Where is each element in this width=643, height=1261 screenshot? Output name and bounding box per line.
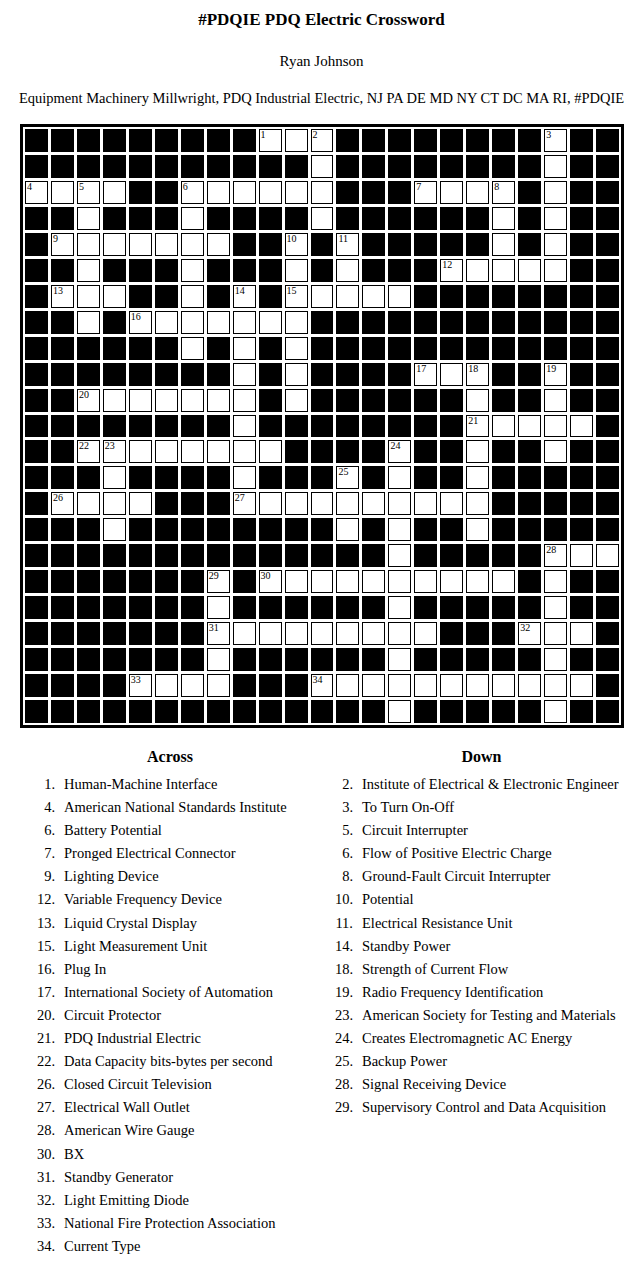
- cell-5-18[interactable]: [492, 259, 515, 282]
- cell-13-17[interactable]: [466, 466, 489, 489]
- cell-2-22: [596, 181, 619, 204]
- cell-18-22: [596, 596, 619, 619]
- cell-12-4[interactable]: [129, 440, 152, 463]
- cell-19-21[interactable]: [570, 622, 593, 645]
- cell-19-14[interactable]: [388, 622, 411, 645]
- cell-19-7[interactable]: 31: [207, 622, 230, 645]
- cell-12-7[interactable]: [207, 440, 230, 463]
- across-clue-27: 27.Electrical Wall Outlet: [22, 1096, 318, 1119]
- clue-number: 10.: [320, 888, 362, 911]
- cell-17-16[interactable]: [440, 570, 463, 593]
- cell-19-13[interactable]: [362, 622, 385, 645]
- cell-21-16[interactable]: [440, 674, 463, 697]
- cell-11-20[interactable]: [544, 415, 567, 438]
- cell-6-12[interactable]: [336, 285, 359, 308]
- cell-4-3[interactable]: [103, 233, 126, 256]
- cell-10-20[interactable]: [544, 389, 567, 412]
- clue-number: 9.: [22, 865, 64, 888]
- cell-21-7[interactable]: [207, 674, 230, 697]
- cell-4-21: [570, 233, 593, 256]
- cell-21-4[interactable]: 33: [129, 674, 152, 697]
- cell-11-7: [207, 415, 230, 438]
- cell-4-10[interactable]: 10: [285, 233, 308, 256]
- cell-20-14[interactable]: [388, 648, 411, 671]
- cell-1-21: [570, 155, 593, 178]
- cell-8-20: [544, 337, 567, 360]
- cell-21-6[interactable]: [181, 674, 204, 697]
- cell-14-9[interactable]: [259, 492, 282, 515]
- cell-12-17[interactable]: [466, 440, 489, 463]
- cell-0-20[interactable]: 3: [544, 129, 567, 152]
- cell-14-3[interactable]: [103, 492, 126, 515]
- cell-10-8[interactable]: [233, 389, 256, 412]
- cell-15-17[interactable]: [466, 518, 489, 541]
- cell-17-17[interactable]: [466, 570, 489, 593]
- cell-7-8[interactable]: [233, 311, 256, 334]
- cell-1-4: [129, 155, 152, 178]
- cell-16-22[interactable]: [596, 544, 619, 567]
- cell-22-10: [285, 700, 308, 723]
- cell-6-14[interactable]: [388, 285, 411, 308]
- cell-15-18: [492, 518, 515, 541]
- cell-2-4: [129, 181, 152, 204]
- cell-12-8[interactable]: [233, 440, 256, 463]
- cell-16-6: [181, 544, 204, 567]
- cell-number: 14: [235, 285, 245, 297]
- cell-7-15: [414, 311, 437, 334]
- cell-14-17[interactable]: [466, 492, 489, 515]
- cell-0-0: [25, 129, 48, 152]
- clue-text: Electrical Resistance Unit: [362, 912, 513, 935]
- cell-7-4[interactable]: 16: [129, 311, 152, 334]
- cell-21-1: [51, 674, 74, 697]
- cell-2-9[interactable]: [259, 181, 282, 204]
- cell-12-6[interactable]: [181, 440, 204, 463]
- cell-5-6[interactable]: [181, 259, 204, 282]
- cell-14-10[interactable]: [285, 492, 308, 515]
- cell-11-18[interactable]: [492, 415, 515, 438]
- cell-5-10[interactable]: [285, 259, 308, 282]
- cell-12-14[interactable]: 24: [388, 440, 411, 463]
- cell-9-10[interactable]: [285, 363, 308, 386]
- cell-21-12[interactable]: [336, 674, 359, 697]
- cell-2-3[interactable]: [103, 181, 126, 204]
- clue-number: 13.: [22, 912, 64, 935]
- across-clue-34: 34.Current Type: [22, 1235, 318, 1258]
- cell-11-5: [155, 415, 178, 438]
- cell-6-1[interactable]: 13: [51, 285, 74, 308]
- clue-text: Ground-Fault Circuit Interrupter: [362, 865, 550, 888]
- cell-8-8[interactable]: [233, 337, 256, 360]
- cell-3-16: [440, 207, 463, 230]
- cell-22-7: [207, 700, 230, 723]
- cell-13-7: [207, 466, 230, 489]
- cell-4-18[interactable]: [492, 233, 515, 256]
- cell-3-1: [51, 207, 74, 230]
- cell-2-2[interactable]: 5: [77, 181, 100, 204]
- cell-11-17[interactable]: 21: [466, 415, 489, 438]
- clue-text: Data Capacity bits-bytes per second: [64, 1050, 273, 1073]
- across-clue-22: 22.Data Capacity bits-bytes per second: [22, 1050, 318, 1073]
- cell-22-1: [51, 700, 74, 723]
- cell-19-11[interactable]: [311, 622, 334, 645]
- cell-18-13: [362, 596, 385, 619]
- cell-14-19: [518, 492, 541, 515]
- cell-21-17[interactable]: [466, 674, 489, 697]
- cell-18-4: [129, 596, 152, 619]
- cell-5-2[interactable]: [77, 259, 100, 282]
- cell-4-1[interactable]: 9: [51, 233, 74, 256]
- cell-6-10[interactable]: 15: [285, 285, 308, 308]
- cell-18-6: [181, 596, 204, 619]
- cell-9-20[interactable]: 19: [544, 363, 567, 386]
- cell-1-12: [336, 155, 359, 178]
- cell-5-12[interactable]: [336, 259, 359, 282]
- clue-number: 17.: [22, 981, 64, 1004]
- cell-7-6[interactable]: [181, 311, 204, 334]
- cell-4-12[interactable]: 11: [336, 233, 359, 256]
- cell-21-11[interactable]: 34: [311, 674, 334, 697]
- clue-text: Standby Power: [362, 935, 450, 958]
- across-clue-15: 15.Light Measurement Unit: [22, 935, 318, 958]
- cell-3-11[interactable]: [311, 207, 334, 230]
- cell-20-12: [336, 648, 359, 671]
- cell-10-17[interactable]: [466, 389, 489, 412]
- cell-10-1: [51, 389, 74, 412]
- cell-10-4[interactable]: [129, 389, 152, 412]
- cell-19-16: [440, 622, 463, 645]
- clue-text: Light Measurement Unit: [64, 935, 207, 958]
- cell-10-0: [25, 389, 48, 412]
- cell-15-3[interactable]: [103, 518, 126, 541]
- cell-12-20[interactable]: [544, 440, 567, 463]
- cell-14-2[interactable]: [77, 492, 100, 515]
- cell-18-14[interactable]: [388, 596, 411, 619]
- cell-19-6: [181, 622, 204, 645]
- cell-1-6: [181, 155, 204, 178]
- cell-22-15: [414, 700, 437, 723]
- cell-17-18[interactable]: [492, 570, 515, 593]
- cell-3-20[interactable]: [544, 207, 567, 230]
- cell-10-7[interactable]: [207, 389, 230, 412]
- clue-number: 33.: [22, 1212, 64, 1235]
- cell-1-2: [77, 155, 100, 178]
- cell-7-7[interactable]: [207, 311, 230, 334]
- cell-19-15[interactable]: [414, 622, 437, 645]
- cell-3-2[interactable]: [77, 207, 100, 230]
- cell-20-20[interactable]: [544, 648, 567, 671]
- cell-19-0: [25, 622, 48, 645]
- cell-14-1[interactable]: 26: [51, 492, 74, 515]
- cell-8-5: [155, 337, 178, 360]
- cell-10-2[interactable]: 20: [77, 389, 100, 412]
- cell-17-11[interactable]: [311, 570, 334, 593]
- down-clue-25: 25.Backup Power: [320, 1050, 643, 1073]
- cell-number: 12: [442, 259, 452, 271]
- cell-10-10[interactable]: [285, 389, 308, 412]
- cell-0-5: [155, 129, 178, 152]
- cell-16-21[interactable]: [570, 544, 593, 567]
- cell-17-13[interactable]: [362, 570, 385, 593]
- cell-8-7: [207, 337, 230, 360]
- clue-number: 2.: [320, 773, 362, 796]
- cell-number: 2: [313, 129, 318, 141]
- cell-20-21: [570, 648, 593, 671]
- cell-6-8[interactable]: 14: [233, 285, 256, 308]
- cell-15-22: [596, 518, 619, 541]
- cell-3-21: [570, 207, 593, 230]
- cell-12-2[interactable]: 22: [77, 440, 100, 463]
- cell-21-15[interactable]: [414, 674, 437, 697]
- cell-19-20[interactable]: [544, 622, 567, 645]
- cell-13-22: [596, 466, 619, 489]
- crossword-grid: 1234567891011121314151617181920212223242…: [20, 124, 624, 728]
- cell-9-16[interactable]: [440, 363, 463, 386]
- cell-number: 34: [313, 674, 323, 686]
- cell-3-6[interactable]: [181, 207, 204, 230]
- cell-20-7[interactable]: [207, 648, 230, 671]
- cell-1-20[interactable]: [544, 155, 567, 178]
- cell-2-17[interactable]: [466, 181, 489, 204]
- cell-9-17[interactable]: 18: [466, 363, 489, 386]
- cell-6-6[interactable]: [181, 285, 204, 308]
- cell-20-17: [466, 648, 489, 671]
- cell-14-14[interactable]: [388, 492, 411, 515]
- cell-4-11: [311, 233, 334, 256]
- cell-4-20[interactable]: [544, 233, 567, 256]
- cell-5-19[interactable]: [518, 259, 541, 282]
- clue-text: BX: [64, 1143, 84, 1166]
- cell-4-4[interactable]: [129, 233, 152, 256]
- cell-17-4: [129, 570, 152, 593]
- cell-10-6[interactable]: [181, 389, 204, 412]
- cell-17-20[interactable]: [544, 570, 567, 593]
- down-clue-18: 18.Strength of Current Flow: [320, 958, 643, 981]
- cell-18-12: [336, 596, 359, 619]
- cell-11-19[interactable]: [518, 415, 541, 438]
- cell-2-7[interactable]: [207, 181, 230, 204]
- cell-13-11: [311, 466, 334, 489]
- cell-5-20[interactable]: [544, 259, 567, 282]
- cell-2-16[interactable]: [440, 181, 463, 204]
- cell-19-10[interactable]: [285, 622, 308, 645]
- cell-15-12[interactable]: [336, 518, 359, 541]
- cell-2-11[interactable]: [311, 181, 334, 204]
- cell-11-21[interactable]: [570, 415, 593, 438]
- cell-20-13: [362, 648, 385, 671]
- cell-9-22: [596, 363, 619, 386]
- cell-17-19: [518, 570, 541, 593]
- cell-22-16: [440, 700, 463, 723]
- cell-9-15[interactable]: 17: [414, 363, 437, 386]
- cell-13-3[interactable]: [103, 466, 126, 489]
- cell-2-6[interactable]: 6: [181, 181, 204, 204]
- cell-14-4[interactable]: [129, 492, 152, 515]
- cell-17-12[interactable]: [336, 570, 359, 593]
- cell-13-14[interactable]: [388, 466, 411, 489]
- cell-number: 10: [287, 233, 297, 245]
- cell-12-9[interactable]: [259, 440, 282, 463]
- across-clue-31: 31.Standby Generator: [22, 1166, 318, 1189]
- cell-16-14[interactable]: [388, 544, 411, 567]
- cell-7-16: [440, 311, 463, 334]
- cell-9-13: [362, 363, 385, 386]
- cell-20-0: [25, 648, 48, 671]
- cell-0-9[interactable]: 1: [259, 129, 282, 152]
- cell-3-5: [155, 207, 178, 230]
- cell-22-5: [155, 700, 178, 723]
- cell-7-9[interactable]: [259, 311, 282, 334]
- cell-7-5[interactable]: [155, 311, 178, 334]
- cell-2-1[interactable]: [51, 181, 74, 204]
- cell-11-3: [103, 415, 126, 438]
- cell-21-14[interactable]: [388, 674, 411, 697]
- cell-14-11[interactable]: [311, 492, 334, 515]
- across-clue-9: 9.Lighting Device: [22, 865, 318, 888]
- cell-0-2: [77, 129, 100, 152]
- cell-21-13[interactable]: [362, 674, 385, 697]
- cell-17-9[interactable]: 30: [259, 570, 282, 593]
- across-clue-20: 20.Circuit Protector: [22, 1004, 318, 1027]
- across-clues-section: Across 1.Human-Machine Interface4.Americ…: [22, 749, 318, 1258]
- cell-10-5[interactable]: [155, 389, 178, 412]
- cell-6-21: [570, 285, 593, 308]
- cell-4-6[interactable]: [181, 233, 204, 256]
- cell-7-11: [311, 311, 334, 334]
- cell-15-15: [414, 518, 437, 541]
- cell-9-1: [51, 363, 74, 386]
- cell-11-2: [77, 415, 100, 438]
- cell-2-20[interactable]: [544, 181, 567, 204]
- cell-9-3: [103, 363, 126, 386]
- cell-9-9: [259, 363, 282, 386]
- cell-22-11: [311, 700, 334, 723]
- cell-0-4: [129, 129, 152, 152]
- cell-1-11[interactable]: [311, 155, 334, 178]
- cell-6-2[interactable]: [77, 285, 100, 308]
- cell-0-15: [414, 129, 437, 152]
- cell-21-5[interactable]: [155, 674, 178, 697]
- cell-8-10[interactable]: [285, 337, 308, 360]
- cell-22-14[interactable]: [388, 700, 411, 723]
- cell-15-19: [518, 518, 541, 541]
- clue-number: 23.: [320, 1004, 362, 1027]
- cell-9-19: [518, 363, 541, 386]
- cell-14-12[interactable]: [336, 492, 359, 515]
- cell-14-6: [181, 492, 204, 515]
- cell-17-10[interactable]: [285, 570, 308, 593]
- cell-19-12[interactable]: [336, 622, 359, 645]
- cell-21-19[interactable]: [518, 674, 541, 697]
- cell-4-19: [518, 233, 541, 256]
- cell-0-11[interactable]: 2: [311, 129, 334, 152]
- cell-9-8[interactable]: [233, 363, 256, 386]
- cell-13-12[interactable]: 25: [336, 466, 359, 489]
- cell-21-20[interactable]: [544, 674, 567, 697]
- cell-8-6[interactable]: [181, 337, 204, 360]
- cell-16-20[interactable]: 28: [544, 544, 567, 567]
- cell-19-8[interactable]: [233, 622, 256, 645]
- cell-16-15: [414, 544, 437, 567]
- cell-6-3[interactable]: [103, 285, 126, 308]
- clue-number: 28.: [320, 1073, 362, 1096]
- cell-20-11: [311, 648, 334, 671]
- cell-10-14: [388, 389, 411, 412]
- cell-3-7: [207, 207, 230, 230]
- cell-0-1: [51, 129, 74, 152]
- cell-5-17[interactable]: [466, 259, 489, 282]
- cell-21-21[interactable]: [570, 674, 593, 697]
- cell-2-15[interactable]: 7: [414, 181, 437, 204]
- clue-number: 8.: [320, 865, 362, 888]
- cell-17-15[interactable]: [414, 570, 437, 593]
- clue-number: 34.: [22, 1235, 64, 1258]
- cell-9-21: [570, 363, 593, 386]
- cell-22-20[interactable]: [544, 700, 567, 723]
- cell-0-10[interactable]: [285, 129, 308, 152]
- cell-14-16[interactable]: [440, 492, 463, 515]
- cell-19-9[interactable]: [259, 622, 282, 645]
- cell-2-10[interactable]: [285, 181, 308, 204]
- cell-18-20[interactable]: [544, 596, 567, 619]
- cell-6-11[interactable]: [311, 285, 334, 308]
- cell-13-2: [77, 466, 100, 489]
- cell-6-19: [518, 285, 541, 308]
- cell-12-3[interactable]: 23: [103, 440, 126, 463]
- page-title: #PDQIE PDQ Electric Crossword: [0, 10, 643, 30]
- cell-18-8: [233, 596, 256, 619]
- cell-13-8[interactable]: [233, 466, 256, 489]
- cell-20-19: [518, 648, 541, 671]
- cell-7-13: [362, 311, 385, 334]
- cell-2-18[interactable]: 8: [492, 181, 515, 204]
- cell-15-14[interactable]: [388, 518, 411, 541]
- cell-4-5[interactable]: [155, 233, 178, 256]
- cell-19-19[interactable]: 32: [518, 622, 541, 645]
- cell-21-18[interactable]: [492, 674, 515, 697]
- cell-12-5[interactable]: [155, 440, 178, 463]
- cell-14-15[interactable]: [414, 492, 437, 515]
- cell-2-0[interactable]: 4: [25, 181, 48, 204]
- cell-4-2[interactable]: [77, 233, 100, 256]
- cell-7-2[interactable]: [77, 311, 100, 334]
- cell-7-10[interactable]: [285, 311, 308, 334]
- down-clue-28: 28.Signal Receiving Device: [320, 1073, 643, 1096]
- cell-11-15: [414, 415, 437, 438]
- across-clue-16: 16.Plug In: [22, 958, 318, 981]
- cell-1-5: [155, 155, 178, 178]
- cell-6-13[interactable]: [362, 285, 385, 308]
- cell-3-18[interactable]: [492, 207, 515, 230]
- clue-text: American Society for Testing and Materia…: [362, 1004, 616, 1027]
- cell-18-7[interactable]: [207, 596, 230, 619]
- cell-17-14[interactable]: [388, 570, 411, 593]
- cell-10-3[interactable]: [103, 389, 126, 412]
- cell-6-7: [207, 285, 230, 308]
- cell-14-13[interactable]: [362, 492, 385, 515]
- cell-2-8[interactable]: [233, 181, 256, 204]
- cell-17-7[interactable]: 29: [207, 570, 230, 593]
- cell-17-0: [25, 570, 48, 593]
- cell-21-22: [596, 674, 619, 697]
- cell-5-16[interactable]: 12: [440, 259, 463, 282]
- cell-number: 1: [261, 129, 266, 141]
- cell-14-8[interactable]: 27: [233, 492, 256, 515]
- cell-3-9: [259, 207, 282, 230]
- cell-5-14: [388, 259, 411, 282]
- cell-4-7[interactable]: [207, 233, 230, 256]
- cell-11-8[interactable]: [233, 415, 256, 438]
